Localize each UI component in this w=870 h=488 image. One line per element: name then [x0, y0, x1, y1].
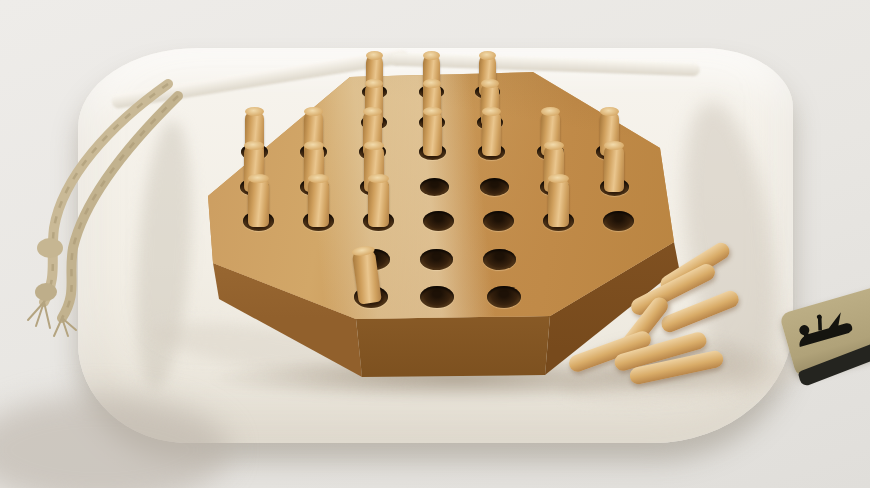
- hand-plane-logo-icon: [789, 304, 860, 356]
- peg-r4-c7[interactable]: [604, 144, 624, 192]
- hole-r5-c5[interactable]: [483, 211, 514, 231]
- peg-top: [244, 141, 264, 150]
- peg-top: [600, 107, 619, 116]
- peg-r5-c1[interactable]: [248, 177, 269, 227]
- peg-r3-c5[interactable]: [482, 110, 501, 156]
- peg-r5-c2[interactable]: [308, 177, 329, 227]
- peg-top: [304, 141, 324, 150]
- peg-top: [481, 79, 499, 88]
- rope-knot: [37, 238, 63, 258]
- peg-top: [366, 51, 383, 60]
- peg-top: [304, 107, 323, 116]
- peg-top: [368, 174, 389, 183]
- peg-top: [365, 79, 383, 88]
- peg-top: [423, 51, 440, 60]
- hole-r5-c4[interactable]: [423, 211, 454, 231]
- peg-top: [604, 141, 624, 150]
- hole-r7-c5[interactable]: [487, 286, 521, 308]
- peg-top: [308, 174, 329, 183]
- hole-r4-c5[interactable]: [480, 178, 509, 196]
- hole-r6-c5[interactable]: [483, 249, 516, 270]
- peg-top: [544, 141, 564, 150]
- peg-r5-c6[interactable]: [548, 177, 569, 227]
- peg-top: [351, 245, 375, 257]
- peg-top: [479, 51, 496, 60]
- peg-top: [245, 107, 264, 116]
- peg-top: [248, 174, 269, 183]
- peg-top: [423, 107, 442, 116]
- hole-r4-c4[interactable]: [420, 178, 449, 196]
- peg-top: [548, 174, 569, 183]
- peg-r5-c3[interactable]: [368, 177, 389, 227]
- rope-knot: [35, 283, 57, 301]
- peg-top: [423, 79, 441, 88]
- peg-top: [482, 107, 501, 116]
- peg-top: [363, 107, 382, 116]
- hole-r7-c4[interactable]: [420, 286, 454, 308]
- hole-r5-c7[interactable]: [603, 211, 634, 231]
- peg-r3-c4[interactable]: [423, 110, 442, 156]
- peg-top: [364, 141, 384, 150]
- peg-top: [541, 107, 560, 116]
- hole-r6-c4[interactable]: [420, 249, 453, 270]
- photo-scene: [0, 0, 870, 488]
